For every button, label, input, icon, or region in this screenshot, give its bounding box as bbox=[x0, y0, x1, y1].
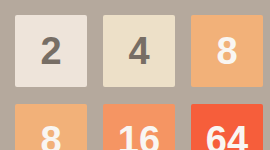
tile-r1c0-8: 8 bbox=[15, 104, 87, 150]
tile-r0c1-4: 4 bbox=[103, 15, 175, 87]
tile-r1c2-64: 64 bbox=[191, 104, 263, 150]
tile-r0c0-2: 2 bbox=[15, 15, 87, 87]
tile-r1c1-16: 16 bbox=[103, 104, 175, 150]
2048-board[interactable]: 2 4 8 8 16 64 bbox=[0, 0, 270, 150]
tile-r0c2-8: 8 bbox=[191, 15, 263, 87]
